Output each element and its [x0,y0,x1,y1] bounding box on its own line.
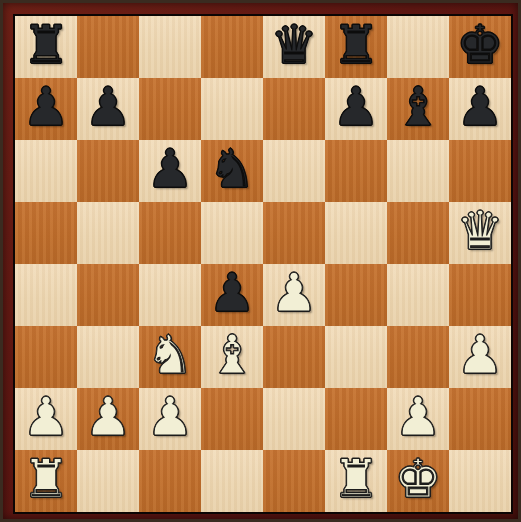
piece-white-pawn-g2[interactable]: ♟ [394,386,442,448]
chess-board-frame: ♜♛♜♚♟♟♟♝♟♟♞♛♟♟♞♝♟♟♟♟♟♜♜♚ [0,0,521,522]
square-a5[interactable] [15,202,77,264]
square-c8[interactable] [139,16,201,78]
square-b7[interactable]: ♟ [77,78,139,140]
square-h5[interactable]: ♛ [449,202,511,264]
square-g7[interactable]: ♝ [387,78,449,140]
square-b5[interactable] [77,202,139,264]
square-e2[interactable] [263,388,325,450]
square-d8[interactable] [201,16,263,78]
piece-black-pawn-c6[interactable]: ♟ [146,138,194,200]
square-h6[interactable] [449,140,511,202]
piece-black-pawn-h7[interactable]: ♟ [456,76,504,138]
square-f7[interactable]: ♟ [325,78,387,140]
square-c2[interactable]: ♟ [139,388,201,450]
piece-white-knight-c3[interactable]: ♞ [146,324,194,386]
piece-white-pawn-a2[interactable]: ♟ [22,386,70,448]
square-h3[interactable]: ♟ [449,326,511,388]
square-h1[interactable] [449,450,511,512]
square-g5[interactable] [387,202,449,264]
square-a2[interactable]: ♟ [15,388,77,450]
square-c4[interactable] [139,264,201,326]
piece-white-pawn-h3[interactable]: ♟ [456,324,504,386]
square-a7[interactable]: ♟ [15,78,77,140]
piece-black-rook-a8[interactable]: ♜ [22,14,70,76]
piece-black-pawn-a7[interactable]: ♟ [22,76,70,138]
square-f4[interactable] [325,264,387,326]
piece-black-pawn-d4[interactable]: ♟ [208,262,256,324]
piece-white-king-g1[interactable]: ♚ [394,448,442,510]
piece-white-pawn-b2[interactable]: ♟ [84,386,132,448]
piece-white-rook-a1[interactable]: ♜ [22,448,70,510]
piece-black-rook-f8[interactable]: ♜ [332,14,380,76]
square-b1[interactable] [77,450,139,512]
square-g2[interactable]: ♟ [387,388,449,450]
square-f8[interactable]: ♜ [325,16,387,78]
square-h7[interactable]: ♟ [449,78,511,140]
square-e8[interactable]: ♛ [263,16,325,78]
square-d2[interactable] [201,388,263,450]
square-a3[interactable] [15,326,77,388]
piece-white-rook-f1[interactable]: ♜ [332,448,380,510]
square-d7[interactable] [201,78,263,140]
square-a6[interactable] [15,140,77,202]
square-b4[interactable] [77,264,139,326]
square-c7[interactable] [139,78,201,140]
piece-black-knight-d6[interactable]: ♞ [208,138,256,200]
chess-board: ♜♛♜♚♟♟♟♝♟♟♞♛♟♟♞♝♟♟♟♟♟♜♜♚ [13,14,513,514]
piece-black-pawn-b7[interactable]: ♟ [84,76,132,138]
square-c5[interactable] [139,202,201,264]
piece-black-pawn-f7[interactable]: ♟ [332,76,380,138]
square-f5[interactable] [325,202,387,264]
square-a8[interactable]: ♜ [15,16,77,78]
square-d3[interactable]: ♝ [201,326,263,388]
square-c1[interactable] [139,450,201,512]
square-e6[interactable] [263,140,325,202]
square-f3[interactable] [325,326,387,388]
square-h4[interactable] [449,264,511,326]
square-b8[interactable] [77,16,139,78]
square-d1[interactable] [201,450,263,512]
square-g4[interactable] [387,264,449,326]
square-a1[interactable]: ♜ [15,450,77,512]
piece-black-queen-e8[interactable]: ♛ [270,14,318,76]
square-g1[interactable]: ♚ [387,450,449,512]
piece-black-bishop-g7[interactable]: ♝ [394,76,442,138]
square-g6[interactable] [387,140,449,202]
square-d5[interactable] [201,202,263,264]
square-c6[interactable]: ♟ [139,140,201,202]
square-a4[interactable] [15,264,77,326]
square-f2[interactable] [325,388,387,450]
piece-white-queen-h5[interactable]: ♛ [456,200,504,262]
square-e5[interactable] [263,202,325,264]
square-h2[interactable] [449,388,511,450]
square-c3[interactable]: ♞ [139,326,201,388]
square-g8[interactable] [387,16,449,78]
piece-white-pawn-e4[interactable]: ♟ [270,262,318,324]
piece-white-bishop-d3[interactable]: ♝ [208,324,256,386]
square-d6[interactable]: ♞ [201,140,263,202]
square-e3[interactable] [263,326,325,388]
square-d4[interactable]: ♟ [201,264,263,326]
square-b2[interactable]: ♟ [77,388,139,450]
piece-black-king-h8[interactable]: ♚ [456,14,504,76]
square-h8[interactable]: ♚ [449,16,511,78]
square-e7[interactable] [263,78,325,140]
square-e4[interactable]: ♟ [263,264,325,326]
square-e1[interactable] [263,450,325,512]
square-b6[interactable] [77,140,139,202]
square-f1[interactable]: ♜ [325,450,387,512]
square-f6[interactable] [325,140,387,202]
piece-white-pawn-c2[interactable]: ♟ [146,386,194,448]
square-g3[interactable] [387,326,449,388]
square-b3[interactable] [77,326,139,388]
